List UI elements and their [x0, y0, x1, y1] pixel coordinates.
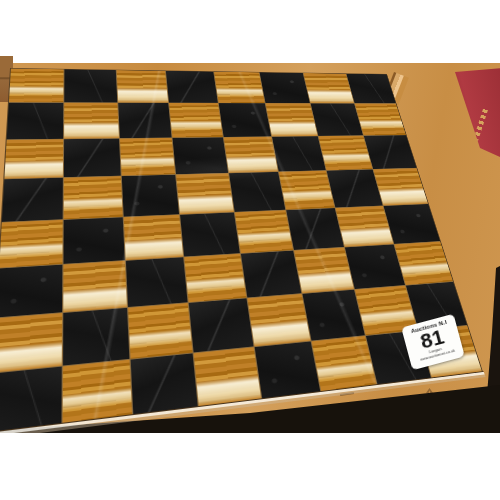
- square-d4: [180, 212, 239, 256]
- square-b2: [63, 308, 129, 365]
- square-f3: [294, 247, 354, 293]
- square-f4: [286, 208, 344, 250]
- square-d5: [176, 173, 233, 213]
- square-h7: [355, 104, 406, 135]
- square-a4: [0, 220, 63, 268]
- square-b8: [65, 69, 117, 102]
- square-b6: [64, 139, 120, 178]
- square-e2: [247, 294, 310, 346]
- square-a6: [4, 139, 63, 179]
- square-f6: [272, 136, 326, 171]
- square-b4: [64, 217, 125, 264]
- square-b1: [63, 359, 132, 422]
- auction-photo: Auctions N.I 81 Lurgan www.auctionsni.co…: [0, 0, 500, 500]
- square-d6: [173, 137, 228, 174]
- square-b7: [64, 103, 118, 138]
- square-a5: [2, 178, 63, 222]
- square-d2: [189, 299, 253, 352]
- square-d7: [169, 103, 222, 137]
- square-e7: [218, 103, 271, 136]
- square-a1: [0, 366, 62, 432]
- square-a8: [9, 69, 64, 103]
- square-c2: [128, 303, 193, 358]
- square-a2: [0, 313, 63, 372]
- square-d1: [194, 347, 261, 406]
- square-c1: [130, 353, 198, 414]
- square-h6: [364, 135, 417, 169]
- photo-bottom-margin: [0, 433, 500, 500]
- square-f5: [279, 171, 335, 209]
- square-e8: [214, 72, 265, 103]
- square-f7: [266, 104, 318, 137]
- square-b5: [64, 176, 122, 218]
- square-e6: [223, 137, 278, 173]
- square-e5: [229, 172, 285, 211]
- square-e1: [254, 341, 320, 398]
- square-f2: [302, 290, 365, 340]
- square-a3: [0, 265, 63, 318]
- square-e4: [234, 210, 293, 253]
- square-d8: [166, 71, 217, 103]
- square-c6: [120, 138, 176, 176]
- square-d3: [184, 254, 246, 303]
- square-g7: [311, 104, 363, 136]
- square-g8: [304, 73, 354, 103]
- square-h8: [346, 74, 396, 104]
- square-a7: [7, 103, 64, 139]
- square-c7: [118, 103, 172, 138]
- square-c3: [126, 257, 188, 307]
- square-c4: [123, 215, 183, 260]
- square-b3: [64, 261, 127, 312]
- square-f1: [311, 336, 376, 391]
- square-f8: [260, 72, 310, 103]
- square-c5: [122, 175, 180, 216]
- square-e3: [240, 251, 301, 298]
- square-c8: [116, 70, 168, 103]
